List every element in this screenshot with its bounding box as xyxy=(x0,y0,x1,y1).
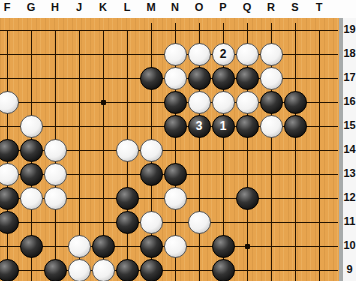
col-label-Q: Q xyxy=(239,1,255,13)
stone-white-N17[interactable] xyxy=(164,67,187,90)
stone-white-Q18[interactable] xyxy=(236,43,259,66)
stone-black-Q12[interactable] xyxy=(236,187,259,210)
stone-black-M13[interactable] xyxy=(140,163,163,186)
stone-black-O17[interactable] xyxy=(188,67,211,90)
stone-black-P15[interactable]: 1 xyxy=(212,115,235,138)
stone-black-R16[interactable] xyxy=(260,91,283,114)
stone-white-M14[interactable] xyxy=(140,139,163,162)
stone-white-R17[interactable] xyxy=(260,67,283,90)
stone-white-M11[interactable] xyxy=(140,211,163,234)
row-label-9: 9 xyxy=(343,263,356,275)
stone-white-Q16[interactable] xyxy=(236,91,259,114)
stone-white-G15[interactable] xyxy=(20,115,43,138)
stone-black-G13[interactable] xyxy=(20,163,43,186)
stone-white-F16[interactable] xyxy=(0,91,19,114)
stone-black-M17[interactable] xyxy=(140,67,163,90)
stone-black-F14[interactable] xyxy=(0,139,19,162)
col-label-R: R xyxy=(263,1,279,13)
row-labels-strip: 191817161514131211109 xyxy=(343,18,356,281)
move-number-label: 2 xyxy=(220,48,227,60)
move-number-label: 1 xyxy=(220,120,227,132)
star-point-Q10 xyxy=(245,244,250,249)
stone-black-F11[interactable] xyxy=(0,211,19,234)
row-label-13: 13 xyxy=(343,167,356,179)
col-label-T: T xyxy=(311,1,327,13)
row-label-16: 16 xyxy=(343,95,356,107)
stone-black-M9[interactable] xyxy=(140,259,163,281)
stone-white-R15[interactable] xyxy=(260,115,283,138)
stone-black-P9[interactable] xyxy=(212,259,235,281)
row-label-10: 10 xyxy=(343,239,356,251)
stone-black-G10[interactable] xyxy=(20,235,43,258)
stone-black-O15[interactable]: 3 xyxy=(188,115,211,138)
col-label-J: J xyxy=(71,1,87,13)
stone-black-S15[interactable] xyxy=(284,115,307,138)
move-number-label: 3 xyxy=(196,120,203,132)
stone-black-F12[interactable] xyxy=(0,187,19,210)
column-labels-strip: FGHJKLMNOPQRST xyxy=(0,0,356,18)
col-label-M: M xyxy=(143,1,159,13)
stone-black-K10[interactable] xyxy=(92,235,115,258)
row-label-14: 14 xyxy=(343,143,356,155)
row-label-17: 17 xyxy=(343,71,356,83)
stone-white-H12[interactable] xyxy=(44,187,67,210)
col-label-O: O xyxy=(191,1,207,13)
stone-black-Q17[interactable] xyxy=(236,67,259,90)
col-label-N: N xyxy=(167,1,183,13)
col-label-L: L xyxy=(119,1,135,13)
col-label-K: K xyxy=(95,1,111,13)
go-diagram-screen: FGHJKLMNOPQRST 231 191817161514131211109 xyxy=(0,0,356,281)
stone-white-P18[interactable]: 2 xyxy=(212,43,235,66)
stone-black-L11[interactable] xyxy=(116,211,139,234)
stone-white-O18[interactable] xyxy=(188,43,211,66)
stone-white-R18[interactable] xyxy=(260,43,283,66)
stone-black-P17[interactable] xyxy=(212,67,235,90)
col-label-G: G xyxy=(23,1,39,13)
stone-white-N10[interactable] xyxy=(164,235,187,258)
row-label-18: 18 xyxy=(343,47,356,59)
stone-black-F9[interactable] xyxy=(0,259,19,281)
row-label-19: 19 xyxy=(343,23,356,35)
stone-white-H14[interactable] xyxy=(44,139,67,162)
stone-black-P10[interactable] xyxy=(212,235,235,258)
stone-black-Q15[interactable] xyxy=(236,115,259,138)
stone-black-N16[interactable] xyxy=(164,91,187,114)
stone-white-N12[interactable] xyxy=(164,187,187,210)
stone-white-G12[interactable] xyxy=(20,187,43,210)
row-label-15: 15 xyxy=(343,119,356,131)
stone-white-J10[interactable] xyxy=(68,235,91,258)
stone-black-N13[interactable] xyxy=(164,163,187,186)
col-label-H: H xyxy=(47,1,63,13)
row-label-11: 11 xyxy=(343,215,356,227)
stone-white-L14[interactable] xyxy=(116,139,139,162)
stone-black-M10[interactable] xyxy=(140,235,163,258)
stone-white-F13[interactable] xyxy=(0,163,19,186)
stone-black-S16[interactable] xyxy=(284,91,307,114)
stone-white-N18[interactable] xyxy=(164,43,187,66)
stone-white-O16[interactable] xyxy=(188,91,211,114)
stone-black-N15[interactable] xyxy=(164,115,187,138)
col-label-F: F xyxy=(0,1,15,13)
stone-black-H9[interactable] xyxy=(44,259,67,281)
stone-black-L9[interactable] xyxy=(116,259,139,281)
stone-white-K9[interactable] xyxy=(92,259,115,281)
col-label-S: S xyxy=(287,1,303,13)
stone-white-O11[interactable] xyxy=(188,211,211,234)
col-label-P: P xyxy=(215,1,231,13)
stone-black-L12[interactable] xyxy=(116,187,139,210)
row-label-12: 12 xyxy=(343,191,356,203)
stone-black-G14[interactable] xyxy=(20,139,43,162)
stone-white-J9[interactable] xyxy=(68,259,91,281)
stone-white-H13[interactable] xyxy=(44,163,67,186)
stone-white-P16[interactable] xyxy=(212,91,235,114)
go-board[interactable]: 231 xyxy=(0,18,339,281)
star-point-K16 xyxy=(101,100,106,105)
